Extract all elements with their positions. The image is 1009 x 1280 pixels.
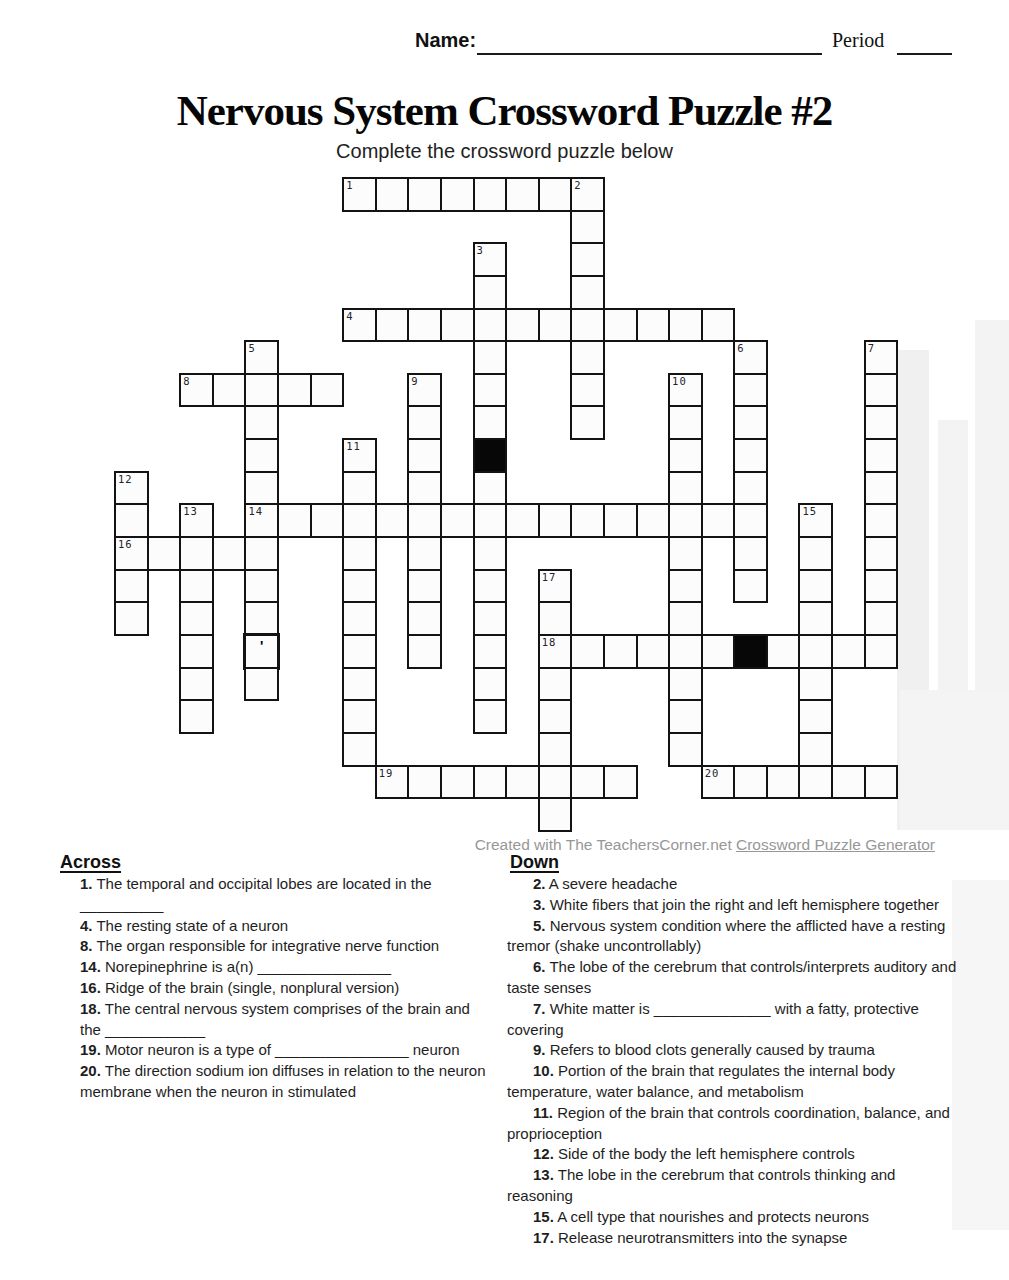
grid-cell[interactable] (538, 699, 573, 734)
grid-cell[interactable] (310, 373, 345, 408)
grid-cell[interactable] (798, 569, 833, 604)
grid-cell[interactable] (538, 177, 573, 212)
clue-number: 5. (533, 917, 546, 934)
grid-cell[interactable] (798, 667, 833, 702)
grid-cell[interactable] (668, 634, 703, 669)
grid-cell[interactable] (864, 373, 899, 408)
grid-cell[interactable] (668, 732, 703, 767)
clue: 1. The temporal and occipital lobes are … (80, 874, 492, 916)
grid-cell[interactable] (407, 536, 442, 571)
grid-cell[interactable]: 14 (244, 503, 279, 538)
grid-cell[interactable] (277, 373, 312, 408)
clue: 18. The central nervous system comprises… (80, 999, 492, 1041)
grid-cell[interactable] (342, 601, 377, 636)
cell-number: 17 (542, 571, 557, 583)
grid-cell[interactable] (538, 308, 573, 343)
clue-number: 14. (80, 958, 101, 975)
clue: 15. A cell type that nourishes and prote… (507, 1207, 959, 1228)
cell-number: 4 (346, 310, 353, 322)
clue: 14. Norepinephrine is a(n) _____________… (80, 957, 492, 978)
grid-cell[interactable] (570, 242, 605, 277)
grid-cell[interactable]: 9 (407, 373, 442, 408)
cell-number: 5 (248, 342, 255, 354)
grid-cell[interactable] (342, 732, 377, 767)
clue-number: 13. (533, 1166, 554, 1183)
grid-cell[interactable]: 8 (179, 373, 214, 408)
grid-cell[interactable] (505, 177, 540, 212)
cell-number: 12 (118, 473, 133, 485)
watermark-shape (952, 880, 1009, 1230)
grid-cell[interactable] (733, 405, 768, 440)
grid-cell[interactable]: 5 (244, 340, 279, 375)
grid-cell[interactable] (570, 634, 605, 669)
grid-cell[interactable] (244, 405, 279, 440)
grid-cell[interactable] (831, 765, 866, 800)
grid-cell[interactable]: 17 (538, 569, 573, 604)
apostrophe-mark: ' (260, 639, 263, 653)
cell-number: 1 (346, 179, 353, 191)
grid-cell[interactable]: 6 (733, 340, 768, 375)
clue: 3. White fibers that join the right and … (507, 895, 959, 916)
grid-cell[interactable] (798, 536, 833, 571)
grid-cell[interactable] (407, 765, 442, 800)
grid-cell[interactable] (342, 699, 377, 734)
cell-number: 16 (118, 538, 133, 550)
grid-cell[interactable]: ' (243, 633, 280, 670)
crossword-grid: 1234567891011121314151617'181920 (115, 178, 897, 831)
grid-cell[interactable] (798, 699, 833, 734)
clue-number: 18. (80, 1000, 101, 1017)
grid-cell[interactable] (473, 765, 508, 800)
grid-cell[interactable] (538, 797, 573, 832)
grid-cell[interactable] (473, 667, 508, 702)
grid-cell[interactable] (798, 732, 833, 767)
grid-cell[interactable] (570, 210, 605, 245)
grid-cell[interactable] (798, 634, 833, 669)
grid-cell[interactable]: 16 (114, 536, 149, 571)
clue: 19. Motor neuron is a type of __________… (80, 1040, 492, 1061)
grid-cell[interactable] (277, 503, 312, 538)
grid-cell[interactable] (570, 340, 605, 375)
cell-number: 19 (379, 767, 394, 779)
clue-number: 6. (533, 958, 546, 975)
name-label: Name: (415, 29, 476, 52)
clue-number: 2. (533, 875, 546, 892)
clue: 12. Side of the body the left hemisphere… (507, 1144, 959, 1165)
black-cell (473, 438, 508, 473)
grid-cell[interactable] (538, 503, 573, 538)
grid-cell[interactable] (375, 177, 410, 212)
cell-number: 18 (542, 636, 557, 648)
grid-cell[interactable] (407, 601, 442, 636)
grid-cell[interactable] (864, 765, 899, 800)
grid-cell[interactable] (407, 177, 442, 212)
page-title: Nervous System Crossword Puzzle #2 (0, 86, 1009, 135)
grid-cell[interactable] (407, 634, 442, 669)
grid-cell[interactable] (244, 536, 279, 571)
grid-cell[interactable] (733, 536, 768, 571)
grid-cell[interactable] (668, 471, 703, 506)
clue: 11. Region of the brain that controls co… (507, 1103, 959, 1145)
grid-cell[interactable]: 13 (179, 503, 214, 538)
grid-cell[interactable] (864, 405, 899, 440)
grid-cell[interactable] (179, 667, 214, 702)
clue-number: 3. (533, 896, 546, 913)
grid-cell[interactable] (440, 177, 475, 212)
credit-prefix: Created with The TeachersCorner.net (475, 836, 736, 853)
page-subtitle: Complete the crossword puzzle below (0, 140, 1009, 163)
grid-cell[interactable]: 7 (864, 340, 899, 375)
clue-number: 16. (80, 979, 101, 996)
grid-cell[interactable]: 1 (342, 177, 377, 212)
down-heading: Down (510, 852, 559, 873)
grid-cell[interactable]: 3 (473, 242, 508, 277)
across-clues: 1. The temporal and occipital lobes are … (80, 874, 492, 1103)
grid-cell[interactable] (212, 373, 247, 408)
grid-cell[interactable] (473, 308, 508, 343)
grid-cell[interactable] (636, 308, 671, 343)
grid-cell[interactable] (603, 503, 638, 538)
grid-cell[interactable] (473, 340, 508, 375)
grid-cell[interactable] (668, 503, 703, 538)
grid-cell[interactable] (831, 634, 866, 669)
grid-cell[interactable] (375, 503, 410, 538)
grid-cell[interactable] (342, 667, 377, 702)
grid-cell[interactable] (244, 438, 279, 473)
cell-number: 7 (868, 342, 875, 354)
watermark-shape (900, 690, 1009, 830)
grid-cell[interactable] (864, 569, 899, 604)
grid-cell[interactable] (864, 536, 899, 571)
clue-number: 9. (533, 1041, 546, 1058)
grid-cell[interactable] (114, 503, 149, 538)
grid-cell[interactable] (147, 536, 182, 571)
cell-number: 20 (705, 767, 720, 779)
grid-cell[interactable] (538, 601, 573, 636)
grid-cell[interactable] (668, 308, 703, 343)
grid-cell[interactable] (636, 503, 671, 538)
grid-cell[interactable] (864, 503, 899, 538)
grid-cell[interactable] (440, 503, 475, 538)
clue: 5. Nervous system condition where the af… (507, 916, 959, 958)
grid-cell[interactable] (473, 471, 508, 506)
grid-cell[interactable] (473, 536, 508, 571)
grid-cell[interactable] (179, 569, 214, 604)
across-heading: Across (60, 852, 121, 873)
grid-cell[interactable] (440, 765, 475, 800)
grid-cell[interactable] (733, 503, 768, 538)
grid-cell[interactable] (570, 503, 605, 538)
grid-cell[interactable] (342, 536, 377, 571)
grid-cell[interactable] (668, 405, 703, 440)
clue-number: 19. (80, 1041, 101, 1058)
grid-cell[interactable] (766, 634, 801, 669)
grid-cell[interactable] (375, 308, 410, 343)
grid-cell[interactable] (668, 667, 703, 702)
grid-cell[interactable] (636, 634, 671, 669)
clue: 16. Ridge of the brain (single, nonplura… (80, 978, 492, 999)
grid-cell[interactable]: 10 (668, 373, 703, 408)
grid-cell[interactable] (570, 373, 605, 408)
grid-cell[interactable] (179, 601, 214, 636)
grid-cell[interactable] (505, 765, 540, 800)
grid-cell[interactable] (179, 634, 214, 669)
cell-number: 15 (802, 505, 817, 517)
period-underline (897, 33, 952, 55)
grid-cell[interactable] (864, 438, 899, 473)
clue: 8. The organ responsible for integrative… (80, 936, 492, 957)
grid-cell[interactable] (733, 373, 768, 408)
grid-cell[interactable] (407, 471, 442, 506)
grid-cell[interactable] (864, 634, 899, 669)
grid-cell[interactable] (668, 699, 703, 734)
black-cell (733, 634, 768, 669)
grid-cell[interactable] (407, 569, 442, 604)
clue: 7. White matter is ______________ with a… (507, 999, 959, 1041)
cell-number: 14 (248, 505, 263, 517)
grid-cell[interactable] (701, 503, 736, 538)
grid-cell[interactable]: 4 (342, 308, 377, 343)
credit-link[interactable]: Crossword Puzzle Generator (736, 836, 935, 853)
grid-cell[interactable] (701, 308, 736, 343)
grid-cell[interactable] (440, 308, 475, 343)
grid-cell[interactable]: 18 (538, 634, 573, 669)
grid-cell[interactable] (473, 634, 508, 669)
cell-number: 13 (183, 505, 198, 517)
grid-cell[interactable] (538, 667, 573, 702)
grid-cell[interactable] (473, 373, 508, 408)
grid-cell[interactable] (570, 405, 605, 440)
grid-cell[interactable] (114, 601, 149, 636)
period-label: Period (832, 29, 884, 52)
grid-cell[interactable]: 2 (570, 177, 605, 212)
clue-number: 4. (80, 917, 93, 934)
grid-cell[interactable] (114, 569, 149, 604)
grid-cell[interactable] (538, 765, 573, 800)
grid-cell[interactable] (473, 699, 508, 734)
clue: 2. A severe headache (507, 874, 959, 895)
down-clues: 2. A severe headache3. White fibers that… (507, 874, 959, 1248)
clue-number: 10. (533, 1062, 554, 1079)
grid-cell[interactable] (473, 275, 508, 310)
grid-cell[interactable] (766, 765, 801, 800)
grid-cell[interactable] (244, 373, 279, 408)
grid-cell[interactable] (342, 503, 377, 538)
grid-cell[interactable] (603, 634, 638, 669)
grid-cell[interactable] (179, 699, 214, 734)
grid-cell[interactable] (668, 438, 703, 473)
grid-cell[interactable] (407, 438, 442, 473)
grid-cell[interactable] (733, 471, 768, 506)
grid-cell[interactable] (310, 503, 345, 538)
cell-number: 3 (477, 244, 484, 256)
grid-cell[interactable] (473, 503, 508, 538)
grid-cell[interactable] (244, 471, 279, 506)
clue: 4. The resting state of a neuron (80, 916, 492, 937)
name-underline (477, 33, 822, 55)
grid-cell[interactable] (505, 503, 540, 538)
clue: 17. Release neurotransmitters into the s… (507, 1228, 959, 1249)
grid-cell[interactable] (538, 732, 573, 767)
grid-cell[interactable] (244, 601, 279, 636)
grid-cell[interactable] (407, 503, 442, 538)
grid-cell[interactable] (798, 601, 833, 636)
cell-number: 10 (672, 375, 687, 387)
clue-number: 7. (533, 1000, 546, 1017)
grid-cell[interactable] (733, 569, 768, 604)
grid-cell[interactable] (668, 569, 703, 604)
clue-number: 17. (533, 1229, 554, 1246)
grid-cell[interactable]: 20 (701, 765, 736, 800)
grid-cell[interactable] (244, 667, 279, 702)
clue-number: 15. (533, 1208, 554, 1225)
grid-cell[interactable] (473, 405, 508, 440)
cell-number: 2 (574, 179, 581, 191)
grid-cell[interactable] (701, 634, 736, 669)
grid-cell[interactable] (603, 308, 638, 343)
clue: 20. The direction sodium ion diffuses in… (80, 1061, 492, 1103)
clue-number: 12. (533, 1145, 554, 1162)
grid-cell[interactable]: 15 (798, 503, 833, 538)
grid-cell[interactable] (342, 471, 377, 506)
grid-cell[interactable] (798, 765, 833, 800)
clue-number: 8. (80, 937, 93, 954)
clue-number: 11. (533, 1104, 553, 1121)
clue: 10. Portion of the brain that regulates … (507, 1061, 959, 1103)
grid-cell[interactable] (342, 634, 377, 669)
grid-cell[interactable] (864, 471, 899, 506)
cell-number: 8 (183, 375, 190, 387)
grid-cell[interactable] (570, 765, 605, 800)
grid-cell[interactable] (407, 308, 442, 343)
clue-number: 20. (80, 1062, 101, 1079)
cell-number: 9 (411, 375, 418, 387)
grid-cell[interactable] (570, 308, 605, 343)
grid-cell[interactable] (570, 275, 605, 310)
cell-number: 6 (737, 342, 744, 354)
grid-cell[interactable] (603, 765, 638, 800)
grid-cell[interactable] (407, 405, 442, 440)
grid-cell[interactable] (473, 601, 508, 636)
grid-cell[interactable] (733, 765, 768, 800)
grid-cell[interactable] (244, 569, 279, 604)
grid-cell[interactable] (668, 536, 703, 571)
grid-cell[interactable] (505, 308, 540, 343)
grid-cell[interactable]: 11 (342, 438, 377, 473)
grid-cell[interactable] (342, 569, 377, 604)
clue-number: 1. (80, 875, 93, 892)
grid-cell[interactable] (473, 177, 508, 212)
grid-cell[interactable] (668, 601, 703, 636)
cell-number: 11 (346, 440, 361, 452)
grid-cell[interactable]: 12 (114, 471, 149, 506)
clue: 13. The lobe in the cerebrum that contro… (507, 1165, 959, 1207)
clue: 9. Refers to blood clots generally cause… (507, 1040, 959, 1061)
grid-cell[interactable] (212, 536, 247, 571)
grid-cell[interactable] (473, 569, 508, 604)
clue: 6. The lobe of the cerebrum that control… (507, 957, 959, 999)
grid-cell[interactable] (864, 601, 899, 636)
grid-cell[interactable]: 19 (375, 765, 410, 800)
grid-cell[interactable] (733, 438, 768, 473)
grid-cell[interactable] (179, 536, 214, 571)
